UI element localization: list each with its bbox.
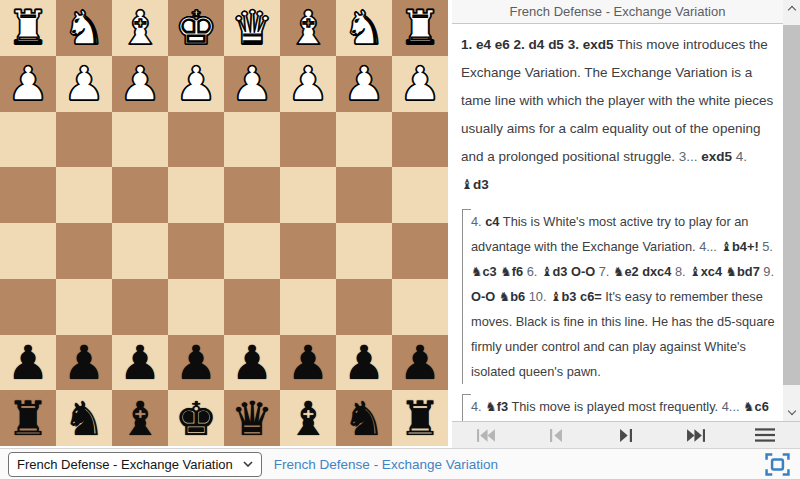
chapter-select[interactable]: French Defense - Exchange Variation	[8, 452, 262, 477]
piece-black-king[interactable]: ♚	[175, 395, 217, 442]
skip-to-start-icon	[477, 429, 496, 442]
move-san[interactable]: ♞e2	[613, 264, 639, 279]
square-h4[interactable]	[0, 167, 56, 223]
square-e3[interactable]	[168, 112, 224, 168]
go-first-button[interactable]	[452, 422, 522, 448]
go-previous-button[interactable]	[522, 422, 592, 448]
menu-button[interactable]	[730, 422, 800, 448]
square-h6[interactable]	[0, 279, 56, 335]
move-number: 4.	[471, 399, 482, 414]
move-number: 4...	[722, 399, 740, 414]
piece-white-pawn[interactable]: ♟	[399, 60, 441, 107]
piece-black-pawn[interactable]: ♟	[119, 339, 161, 386]
square-c4[interactable]	[280, 167, 336, 223]
piece-black-pawn[interactable]: ♟	[231, 339, 273, 386]
move-san[interactable]: ♞f6	[500, 264, 523, 279]
square-a6[interactable]	[392, 279, 448, 335]
square-d6[interactable]	[224, 279, 280, 335]
square-e5[interactable]	[168, 223, 224, 279]
move-san[interactable]: ♝d3	[461, 177, 489, 192]
piece-white-knight[interactable]: ♞	[343, 4, 385, 51]
square-b5[interactable]	[336, 223, 392, 279]
scrollbar[interactable]	[783, 0, 800, 421]
mainline-block: 1. e4 e6 2. d4 d5 3. exd5 This move intr…	[461, 31, 777, 199]
move-san[interactable]: c4	[485, 214, 499, 229]
piece-white-pawn[interactable]: ♟	[63, 60, 105, 107]
square-f8[interactable]: ♝	[112, 390, 168, 446]
chess-study-viewer: ♜♞♝♚♛♝♞♜♟♟♟♟♟♟♟♟♟♟♟♟♟♟♟♟♜♞♝♚♛♝♞♜ French …	[0, 0, 800, 480]
piece-white-pawn[interactable]: ♟	[287, 60, 329, 107]
square-b1[interactable]: ♞	[336, 0, 392, 56]
variation-block: 4. c4 This is White's most active try to…	[462, 209, 777, 384]
move-san[interactable]: ♝xc4	[689, 264, 722, 279]
move-number: 4.	[736, 149, 747, 164]
square-d8[interactable]: ♛	[224, 390, 280, 446]
move-number: 9.	[763, 264, 774, 279]
move-navigation-bar	[452, 421, 800, 448]
move-san[interactable]: ♝d3	[541, 264, 567, 279]
bottom-bar: French Defense - Exchange Variation Fren…	[0, 448, 800, 480]
fullscreen-icon	[765, 453, 790, 476]
square-f5[interactable]	[112, 223, 168, 279]
go-next-button[interactable]	[591, 422, 661, 448]
piece-black-bishop[interactable]: ♝	[287, 395, 329, 442]
move-san[interactable]: O-O	[471, 289, 495, 304]
square-h5[interactable]	[0, 223, 56, 279]
square-a8[interactable]: ♜	[392, 390, 448, 446]
piece-black-queen[interactable]: ♛	[231, 395, 273, 442]
chapter-link[interactable]: French Defense - Exchange Variation	[274, 457, 498, 472]
square-e2[interactable]: ♟	[168, 56, 224, 112]
square-e7[interactable]: ♟	[168, 335, 224, 391]
square-c8[interactable]: ♝	[280, 390, 336, 446]
piece-black-pawn[interactable]: ♟	[175, 339, 217, 386]
piece-white-bishop[interactable]: ♝	[287, 4, 329, 51]
chess-board[interactable]: ♜♞♝♚♛♝♞♜♟♟♟♟♟♟♟♟♟♟♟♟♟♟♟♟♜♞♝♚♛♝♞♜	[0, 0, 448, 446]
piece-black-bishop[interactable]: ♝	[119, 395, 161, 442]
move-san[interactable]: 3. exd5	[568, 37, 614, 52]
move-number: 5.	[762, 239, 773, 254]
move-number: 7.	[599, 264, 610, 279]
move-paragraph: 4. ♞f3 This move is played most frequent…	[471, 394, 777, 419]
chapter-select-value: French Defense - Exchange Variation	[17, 457, 233, 472]
annotation-panel: French Defense - Exchange Variation 1. e…	[452, 0, 800, 421]
piece-black-knight[interactable]: ♞	[63, 395, 105, 442]
square-b4[interactable]	[336, 167, 392, 223]
square-g4[interactable]	[56, 167, 112, 223]
piece-black-rook[interactable]: ♜	[7, 395, 49, 442]
move-san[interactable]: O-O	[571, 264, 595, 279]
piece-black-pawn[interactable]: ♟	[343, 339, 385, 386]
square-d7[interactable]: ♟	[224, 335, 280, 391]
square-c1[interactable]: ♝	[280, 0, 336, 56]
move-san[interactable]: dxc4	[642, 264, 671, 279]
move-san[interactable]: ♞b6	[499, 289, 525, 304]
square-e6[interactable]	[168, 279, 224, 335]
square-h2[interactable]: ♟	[0, 56, 56, 112]
square-f3[interactable]	[112, 112, 168, 168]
piece-black-pawn[interactable]: ♟	[287, 339, 329, 386]
piece-black-knight[interactable]: ♞	[343, 395, 385, 442]
move-san[interactable]: c6=	[580, 289, 602, 304]
square-c7[interactable]: ♟	[280, 335, 336, 391]
move-san[interactable]: ♞bd7	[726, 264, 760, 279]
square-h1[interactable]: ♜	[0, 0, 56, 56]
move-san[interactable]: ♞c6	[743, 399, 769, 414]
square-c3[interactable]	[280, 112, 336, 168]
square-f1[interactable]: ♝	[112, 0, 168, 56]
piece-black-rook[interactable]: ♜	[399, 395, 441, 442]
comment-text: This move introduces the Exchange Variat…	[461, 37, 773, 164]
step-forward-icon	[619, 429, 632, 442]
scroll-down-icon[interactable]	[783, 404, 800, 421]
move-san[interactable]: ♝b3	[550, 289, 576, 304]
piece-white-pawn[interactable]: ♟	[231, 60, 273, 107]
square-d2[interactable]: ♟	[224, 56, 280, 112]
square-f7[interactable]: ♟	[112, 335, 168, 391]
piece-white-knight[interactable]: ♞	[63, 4, 105, 51]
square-c5[interactable]	[280, 223, 336, 279]
piece-white-rook[interactable]: ♜	[399, 4, 441, 51]
move-san[interactable]: d5	[548, 37, 564, 52]
move-number: 6.	[527, 264, 538, 279]
square-e4[interactable]	[168, 167, 224, 223]
move-number: 3...	[679, 149, 698, 164]
piece-white-pawn[interactable]: ♟	[175, 60, 217, 107]
square-c2[interactable]: ♟	[280, 56, 336, 112]
square-f4[interactable]	[112, 167, 168, 223]
move-san[interactable]: ♞f3	[485, 399, 508, 414]
chevron-down-icon	[243, 461, 253, 467]
move-san[interactable]: 2. d4	[514, 37, 545, 52]
move-number: 10.	[529, 289, 547, 304]
move-paragraph: 1. e4 e6 2. d4 d5 3. exd5 This move intr…	[461, 31, 777, 199]
square-b8[interactable]: ♞	[336, 390, 392, 446]
square-d3[interactable]	[224, 112, 280, 168]
square-a5[interactable]	[392, 223, 448, 279]
square-a2[interactable]: ♟	[392, 56, 448, 112]
scroll-up-icon[interactable]	[783, 0, 800, 17]
panel-title: French Defense - Exchange Variation	[452, 0, 783, 24]
step-back-icon	[550, 429, 563, 442]
square-f6[interactable]	[112, 279, 168, 335]
square-h3[interactable]	[0, 112, 56, 168]
go-last-button[interactable]	[661, 422, 731, 448]
piece-black-pawn[interactable]: ♟	[7, 339, 49, 386]
square-d5[interactable]	[224, 223, 280, 279]
move-number: 4.	[471, 214, 482, 229]
scrollbar-thumb[interactable]	[783, 25, 800, 385]
square-b3[interactable]	[336, 112, 392, 168]
piece-black-pawn[interactable]: ♟	[399, 339, 441, 386]
move-san[interactable]: ♞c3	[471, 264, 497, 279]
move-text-area: 1. e4 e6 2. d4 d5 3. exd5 This move intr…	[452, 25, 783, 421]
piece-white-pawn[interactable]: ♟	[119, 60, 161, 107]
move-san[interactable]: 1. e4	[461, 37, 491, 52]
move-number: 4...	[699, 239, 717, 254]
square-c6[interactable]	[280, 279, 336, 335]
square-g7[interactable]: ♟	[56, 335, 112, 391]
piece-white-bishop[interactable]: ♝	[119, 4, 161, 51]
square-b6[interactable]	[336, 279, 392, 335]
piece-white-queen[interactable]: ♛	[231, 4, 273, 51]
square-g8[interactable]: ♞	[56, 390, 112, 446]
piece-black-pawn[interactable]: ♟	[63, 339, 105, 386]
square-a7[interactable]: ♟	[392, 335, 448, 391]
piece-white-rook[interactable]: ♜	[7, 4, 49, 51]
piece-white-pawn[interactable]: ♟	[7, 60, 49, 107]
square-g1[interactable]: ♞	[56, 0, 112, 56]
fullscreen-button[interactable]	[765, 453, 790, 476]
square-d1[interactable]: ♛	[224, 0, 280, 56]
skip-to-end-icon	[686, 429, 705, 442]
square-a1[interactable]: ♜	[392, 0, 448, 56]
square-b2[interactable]: ♟	[336, 56, 392, 112]
move-number: 8.	[675, 264, 686, 279]
square-b7[interactable]: ♟	[336, 335, 392, 391]
move-paragraph: 4. c4 This is White's most active try to…	[471, 209, 777, 384]
square-d4[interactable]	[224, 167, 280, 223]
piece-white-pawn[interactable]: ♟	[343, 60, 385, 107]
variation-block: 4. ♞f3 This move is played most frequent…	[462, 394, 777, 421]
square-g2[interactable]: ♟	[56, 56, 112, 112]
move-san[interactable]: ♝b4+!	[721, 239, 759, 254]
comment-text: This move is played most frequently.	[511, 399, 718, 414]
square-g5[interactable]	[56, 223, 112, 279]
square-e1[interactable]: ♚	[168, 0, 224, 56]
hamburger-menu-icon	[755, 428, 775, 442]
square-g6[interactable]	[56, 279, 112, 335]
square-f2[interactable]: ♟	[112, 56, 168, 112]
square-g3[interactable]	[56, 112, 112, 168]
square-a3[interactable]	[392, 112, 448, 168]
piece-white-king[interactable]: ♚	[175, 4, 217, 51]
move-san[interactable]: exd5	[701, 149, 732, 164]
square-h7[interactable]: ♟	[0, 335, 56, 391]
move-san[interactable]: e6	[495, 37, 510, 52]
square-a4[interactable]	[392, 167, 448, 223]
square-e8[interactable]: ♚	[168, 390, 224, 446]
square-h8[interactable]: ♜	[0, 390, 56, 446]
